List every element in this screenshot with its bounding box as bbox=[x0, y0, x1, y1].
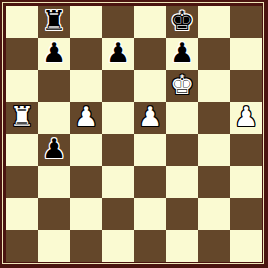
square-e2[interactable] bbox=[134, 198, 166, 230]
square-c7[interactable] bbox=[70, 38, 102, 70]
square-g4[interactable] bbox=[198, 134, 230, 166]
square-a6[interactable] bbox=[6, 70, 38, 102]
square-d6[interactable] bbox=[102, 70, 134, 102]
square-d2[interactable] bbox=[102, 198, 134, 230]
square-b8[interactable]: ♜ bbox=[38, 6, 70, 38]
black-pawn[interactable]: ♟ bbox=[170, 38, 194, 69]
chess-board-frame: ♜♚♟♟♟♚♜♟♟♟♟ bbox=[0, 0, 268, 268]
square-f4[interactable] bbox=[166, 134, 198, 166]
square-e8[interactable] bbox=[134, 6, 166, 38]
square-f7[interactable]: ♟ bbox=[166, 38, 198, 70]
square-a3[interactable] bbox=[6, 166, 38, 198]
square-f6[interactable]: ♚ bbox=[166, 70, 198, 102]
square-e1[interactable] bbox=[134, 230, 166, 262]
square-c6[interactable] bbox=[70, 70, 102, 102]
square-f8[interactable]: ♚ bbox=[166, 6, 198, 38]
square-d7[interactable]: ♟ bbox=[102, 38, 134, 70]
square-c1[interactable] bbox=[70, 230, 102, 262]
square-c8[interactable] bbox=[70, 6, 102, 38]
square-g6[interactable] bbox=[198, 70, 230, 102]
square-e7[interactable] bbox=[134, 38, 166, 70]
black-pawn[interactable]: ♟ bbox=[42, 134, 66, 165]
white-king[interactable]: ♚ bbox=[170, 70, 194, 101]
white-pawn[interactable]: ♟ bbox=[74, 102, 98, 133]
square-g8[interactable] bbox=[198, 6, 230, 38]
square-a5[interactable]: ♜ bbox=[6, 102, 38, 134]
square-b6[interactable] bbox=[38, 70, 70, 102]
square-d1[interactable] bbox=[102, 230, 134, 262]
square-e3[interactable] bbox=[134, 166, 166, 198]
square-d5[interactable] bbox=[102, 102, 134, 134]
black-king[interactable]: ♚ bbox=[170, 6, 194, 37]
square-c2[interactable] bbox=[70, 198, 102, 230]
square-e4[interactable] bbox=[134, 134, 166, 166]
square-f1[interactable] bbox=[166, 230, 198, 262]
square-a1[interactable] bbox=[6, 230, 38, 262]
square-h5[interactable]: ♟ bbox=[230, 102, 262, 134]
square-g3[interactable] bbox=[198, 166, 230, 198]
square-a8[interactable] bbox=[6, 6, 38, 38]
square-g7[interactable] bbox=[198, 38, 230, 70]
square-g1[interactable] bbox=[198, 230, 230, 262]
square-h3[interactable] bbox=[230, 166, 262, 198]
square-c3[interactable] bbox=[70, 166, 102, 198]
square-c4[interactable] bbox=[70, 134, 102, 166]
square-h8[interactable] bbox=[230, 6, 262, 38]
square-h2[interactable] bbox=[230, 198, 262, 230]
black-rook[interactable]: ♜ bbox=[42, 6, 66, 37]
square-b1[interactable] bbox=[38, 230, 70, 262]
black-pawn[interactable]: ♟ bbox=[106, 38, 130, 69]
white-pawn[interactable]: ♟ bbox=[138, 102, 162, 133]
square-b5[interactable] bbox=[38, 102, 70, 134]
square-f3[interactable] bbox=[166, 166, 198, 198]
square-a4[interactable] bbox=[6, 134, 38, 166]
square-a2[interactable] bbox=[6, 198, 38, 230]
square-c5[interactable]: ♟ bbox=[70, 102, 102, 134]
square-b2[interactable] bbox=[38, 198, 70, 230]
square-g5[interactable] bbox=[198, 102, 230, 134]
square-f2[interactable] bbox=[166, 198, 198, 230]
chess-board[interactable]: ♜♚♟♟♟♚♜♟♟♟♟ bbox=[6, 6, 262, 262]
white-rook[interactable]: ♜ bbox=[10, 102, 34, 133]
square-h1[interactable] bbox=[230, 230, 262, 262]
square-b4[interactable]: ♟ bbox=[38, 134, 70, 166]
square-g2[interactable] bbox=[198, 198, 230, 230]
square-b3[interactable] bbox=[38, 166, 70, 198]
square-d3[interactable] bbox=[102, 166, 134, 198]
square-f5[interactable] bbox=[166, 102, 198, 134]
square-e5[interactable]: ♟ bbox=[134, 102, 166, 134]
white-pawn[interactable]: ♟ bbox=[234, 102, 258, 133]
square-b7[interactable]: ♟ bbox=[38, 38, 70, 70]
black-pawn[interactable]: ♟ bbox=[42, 38, 66, 69]
square-d4[interactable] bbox=[102, 134, 134, 166]
square-a7[interactable] bbox=[6, 38, 38, 70]
square-e6[interactable] bbox=[134, 70, 166, 102]
square-h4[interactable] bbox=[230, 134, 262, 166]
square-d8[interactable] bbox=[102, 6, 134, 38]
square-h6[interactable] bbox=[230, 70, 262, 102]
square-h7[interactable] bbox=[230, 38, 262, 70]
